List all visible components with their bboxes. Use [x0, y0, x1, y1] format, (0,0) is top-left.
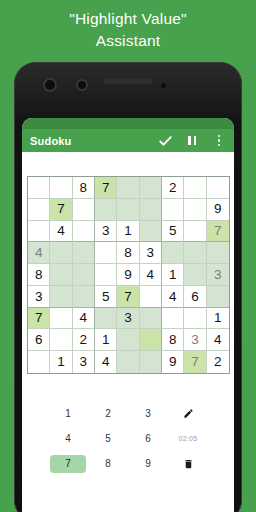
cell-r1c8[interactable]: [184, 177, 206, 199]
cell-r8c9[interactable]: 4: [207, 329, 229, 351]
cell-r9c8[interactable]: 7: [184, 351, 206, 373]
phone-screen: Sudoku 872794315748389413357467431621834…: [22, 118, 234, 512]
cell-r3c1[interactable]: [28, 221, 50, 243]
pad-slot: 1: [48, 401, 88, 426]
cell-r3c3[interactable]: [73, 221, 95, 243]
app-bar: Sudoku: [22, 129, 234, 152]
given-digit: 8: [35, 268, 43, 282]
cell-r4c5[interactable]: 8: [117, 242, 139, 264]
cell-r6c5[interactable]: 7: [117, 286, 139, 308]
cell-r5c8[interactable]: [184, 264, 206, 286]
status-bar: [22, 118, 234, 129]
timer: 02:05: [168, 426, 208, 451]
given-digit: 1: [214, 311, 222, 325]
pad-digit-5[interactable]: 5: [90, 430, 126, 448]
given-digit: 4: [214, 333, 222, 347]
given-digit: 5: [102, 290, 110, 304]
cell-r4c7[interactable]: [162, 242, 184, 264]
trash-icon[interactable]: [168, 451, 208, 476]
given-digit: 7: [102, 181, 110, 195]
pause-icon[interactable]: [185, 134, 199, 148]
given-digit: 4: [169, 290, 177, 304]
cell-r2c1[interactable]: [28, 199, 50, 221]
overflow-menu-icon[interactable]: [212, 134, 226, 148]
given-digit: 4: [102, 355, 110, 369]
cell-r9c7[interactable]: 9: [162, 351, 184, 373]
cell-r7c4[interactable]: [95, 308, 117, 330]
earpiece-speaker: [103, 78, 153, 84]
cell-r4c8[interactable]: [184, 242, 206, 264]
cell-r5c3[interactable]: [73, 264, 95, 286]
page-title: "Highlight Value" Assistant: [0, 8, 256, 52]
cell-r5c4[interactable]: [95, 264, 117, 286]
cell-r7c6[interactable]: [140, 308, 162, 330]
cell-r2c7[interactable]: [162, 199, 184, 221]
pad-slot: 5: [88, 426, 128, 451]
cell-r6c9[interactable]: [207, 286, 229, 308]
cell-r5c6[interactable]: 4: [140, 264, 162, 286]
cell-r6c6[interactable]: [140, 286, 162, 308]
cell-r3c9[interactable]: 7: [207, 221, 229, 243]
given-digit: 4: [80, 311, 88, 325]
cell-r6c1[interactable]: 3: [28, 286, 50, 308]
cell-r9c2[interactable]: 1: [50, 351, 72, 373]
page-title-line2: Assistant: [0, 30, 256, 52]
cell-r4c3[interactable]: [73, 242, 95, 264]
given-digit: 7: [57, 202, 65, 216]
cell-r8c1[interactable]: 6: [28, 329, 50, 351]
given-digit: 7: [35, 311, 43, 325]
cell-r9c6[interactable]: [140, 351, 162, 373]
cell-r1c6[interactable]: [140, 177, 162, 199]
phone-frame: Sudoku 872794315748389413357467431621834…: [14, 62, 242, 512]
given-digit: 5: [169, 224, 177, 238]
pad-slot: 4: [48, 426, 88, 451]
given-digit: 6: [191, 290, 199, 304]
pad-slot: 3: [128, 401, 168, 426]
pencil-icon[interactable]: [168, 401, 208, 426]
cell-r8c2[interactable]: [50, 329, 72, 351]
cell-r9c5[interactable]: [117, 351, 139, 373]
cell-r7c2[interactable]: [50, 308, 72, 330]
cell-r2c9[interactable]: 9: [207, 199, 229, 221]
pad-slot: 2: [88, 401, 128, 426]
cell-r5c9[interactable]: 3: [207, 264, 229, 286]
cell-r8c6[interactable]: [140, 329, 162, 351]
cell-r3c8[interactable]: [184, 221, 206, 243]
pad-digit-4[interactable]: 4: [50, 430, 86, 448]
cell-r1c2[interactable]: [50, 177, 72, 199]
entered-digit: 3: [214, 268, 222, 282]
given-digit: 1: [124, 224, 132, 238]
pad-slot: 6: [128, 426, 168, 451]
cell-r8c5[interactable]: [117, 329, 139, 351]
given-digit: 3: [80, 355, 88, 369]
camera-lens-icon: [43, 78, 57, 92]
cell-r3c5[interactable]: 1: [117, 221, 139, 243]
number-pad: 12345602:05789: [48, 401, 208, 476]
front-sensor-icon: [160, 82, 167, 89]
cell-r4c2[interactable]: [50, 242, 72, 264]
given-digit: 3: [35, 290, 43, 304]
cell-r2c6[interactable]: [140, 199, 162, 221]
given-digit: 2: [214, 355, 222, 369]
given-digit: 8: [80, 181, 88, 195]
cell-r5c1[interactable]: 8: [28, 264, 50, 286]
entered-digit: 3: [191, 333, 199, 347]
given-digit: 9: [214, 202, 222, 216]
cell-r3c2[interactable]: 4: [50, 221, 72, 243]
pad-digit-8[interactable]: 8: [90, 455, 126, 473]
cell-r2c5[interactable]: [117, 199, 139, 221]
page-title-line1: "Highlight Value": [0, 8, 256, 30]
pad-digit-7[interactable]: 7: [50, 455, 86, 473]
given-digit: 2: [80, 333, 88, 347]
cell-r1c7[interactable]: 2: [162, 177, 184, 199]
cell-r8c7[interactable]: 8: [162, 329, 184, 351]
cell-r7c7[interactable]: [162, 308, 184, 330]
cell-r9c9[interactable]: 2: [207, 351, 229, 373]
given-digit: 1: [57, 355, 65, 369]
cell-r1c1[interactable]: [28, 177, 50, 199]
cell-r3c4[interactable]: 3: [95, 221, 117, 243]
entered-digit: 7: [214, 224, 222, 238]
given-digit: 9: [169, 355, 177, 369]
promo-background: "Highlight Value" Assistant Sudoku 87279…: [0, 0, 256, 512]
cell-r8c3[interactable]: 2: [73, 329, 95, 351]
given-digit: 4: [147, 268, 155, 282]
app-bar-actions: [158, 134, 234, 148]
pad-digit-6[interactable]: 6: [130, 430, 166, 448]
cell-r5c7[interactable]: 1: [162, 264, 184, 286]
pad-slot: 7: [48, 451, 88, 476]
given-digit: 8: [124, 246, 132, 260]
entered-digit: 7: [191, 355, 199, 369]
pad-digit-9[interactable]: 9: [130, 455, 166, 473]
given-digit: 3: [124, 311, 132, 325]
given-digit: 6: [35, 333, 43, 347]
check-icon[interactable]: [158, 134, 172, 148]
cell-r2c8[interactable]: [184, 199, 206, 221]
given-digit: 1: [169, 268, 177, 282]
given-digit: 3: [102, 224, 110, 238]
cell-r1c5[interactable]: [117, 177, 139, 199]
cell-r5c2[interactable]: [50, 264, 72, 286]
cell-r6c7[interactable]: 4: [162, 286, 184, 308]
given-digit: 9: [124, 268, 132, 282]
cell-r7c9[interactable]: 1: [207, 308, 229, 330]
given-digit: 3: [147, 246, 155, 260]
camera-lens-2-icon: [76, 79, 88, 91]
cell-r1c9[interactable]: [207, 177, 229, 199]
cell-r4c6[interactable]: 3: [140, 242, 162, 264]
cell-r6c8[interactable]: 6: [184, 286, 206, 308]
cell-r6c4[interactable]: 5: [95, 286, 117, 308]
cell-r4c9[interactable]: [207, 242, 229, 264]
given-digit: 1: [102, 333, 110, 347]
cell-r7c3[interactable]: 4: [73, 308, 95, 330]
cell-r8c4[interactable]: 1: [95, 329, 117, 351]
given-digit: 7: [124, 290, 132, 304]
pad-digit-2[interactable]: 2: [90, 405, 126, 423]
pad-slot: 8: [88, 451, 128, 476]
cell-r9c3[interactable]: 3: [73, 351, 95, 373]
cell-r8c8[interactable]: 3: [184, 329, 206, 351]
app-title: Sudoku: [30, 135, 72, 147]
cell-r1c4[interactable]: 7: [95, 177, 117, 199]
cell-r2c2[interactable]: 7: [50, 199, 72, 221]
cell-r5c5[interactable]: 9: [117, 264, 139, 286]
cell-r4c4[interactable]: [95, 242, 117, 264]
pad-digit-3[interactable]: 3: [130, 405, 166, 423]
cell-r4c1[interactable]: 4: [28, 242, 50, 264]
pad-digit-1[interactable]: 1: [50, 405, 86, 423]
given-digit: 8: [169, 333, 177, 347]
cell-r9c1[interactable]: [28, 351, 50, 373]
entered-digit: 4: [35, 246, 43, 260]
sudoku-board: 872794315748389413357467431621834134972: [27, 176, 230, 374]
cell-r9c4[interactable]: 4: [95, 351, 117, 373]
cell-r7c1[interactable]: 7: [28, 308, 50, 330]
cell-r3c6[interactable]: [140, 221, 162, 243]
cell-r2c3[interactable]: [73, 199, 95, 221]
pad-slot: 9: [128, 451, 168, 476]
given-digit: 4: [57, 224, 65, 238]
cell-r2c4[interactable]: [95, 199, 117, 221]
cell-r7c8[interactable]: [184, 308, 206, 330]
cell-r6c2[interactable]: [50, 286, 72, 308]
cell-r3c7[interactable]: 5: [162, 221, 184, 243]
cell-r1c3[interactable]: 8: [73, 177, 95, 199]
cell-r7c5[interactable]: 3: [117, 308, 139, 330]
cell-r6c3[interactable]: [73, 286, 95, 308]
given-digit: 2: [169, 181, 177, 195]
